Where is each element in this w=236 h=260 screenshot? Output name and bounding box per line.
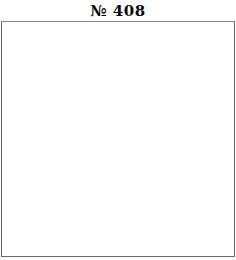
board-frame [1,21,235,257]
puzzle-number-title: № 408 [0,0,236,21]
chess-board [2,22,234,256]
